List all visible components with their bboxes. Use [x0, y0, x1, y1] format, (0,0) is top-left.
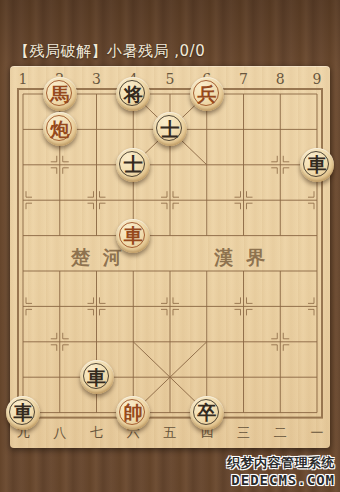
black-piece-将[interactable]: 将 — [116, 77, 150, 111]
file-number-top: 8 — [263, 71, 297, 87]
file-number-bottom: 一 — [300, 424, 334, 442]
piece-glyph: 車 — [87, 367, 106, 386]
black-piece-車[interactable]: 車 — [300, 148, 334, 182]
river-label-right: 漢界 — [214, 245, 278, 269]
red-piece-車[interactable]: 車 — [116, 219, 150, 253]
file-number-bottom: 七 — [80, 424, 114, 442]
black-piece-士[interactable]: 士 — [116, 148, 150, 182]
black-piece-車[interactable]: 車 — [80, 360, 114, 394]
file-number-top: 3 — [80, 71, 114, 87]
piece-glyph: 兵 — [197, 84, 216, 103]
red-piece-兵[interactable]: 兵 — [190, 77, 224, 111]
file-number-top: 7 — [227, 71, 261, 87]
black-piece-車[interactable]: 車 — [6, 396, 40, 430]
file-number-top: 1 — [6, 71, 40, 87]
file-number-bottom: 二 — [263, 424, 297, 442]
black-piece-卒[interactable]: 卒 — [190, 396, 224, 430]
piece-glyph: 車 — [308, 155, 327, 174]
watermark-text-en: DEDECMS.COM — [227, 472, 335, 488]
piece-glyph: 士 — [161, 119, 180, 138]
piece-glyph: 車 — [124, 226, 143, 245]
piece-glyph: 卒 — [197, 403, 216, 422]
file-number-bottom: 八 — [43, 424, 77, 442]
piece-glyph: 士 — [124, 155, 143, 174]
watermark-text-cn: 织梦内容管理系统 — [227, 454, 335, 472]
red-piece-帥[interactable]: 帥 — [116, 396, 150, 430]
piece-glyph: 炮 — [50, 119, 69, 138]
red-piece-馬[interactable]: 馬 — [43, 77, 77, 111]
file-number-bottom: 三 — [227, 424, 261, 442]
piece-glyph: 将 — [124, 84, 143, 103]
app-screen: 【残局破解】小暑残局 ,0/0 123456789九八七六五四三二一 楚河 漢界… — [0, 0, 340, 492]
file-number-top: 9 — [300, 71, 334, 87]
file-number-bottom: 五 — [153, 424, 187, 442]
piece-glyph: 馬 — [50, 84, 69, 103]
piece-glyph: 帥 — [124, 403, 143, 422]
piece-glyph: 車 — [14, 403, 33, 422]
file-number-top: 5 — [153, 71, 187, 87]
red-piece-炮[interactable]: 炮 — [43, 112, 77, 146]
watermark: 织梦内容管理系统 DEDECMS.COM — [227, 454, 335, 488]
